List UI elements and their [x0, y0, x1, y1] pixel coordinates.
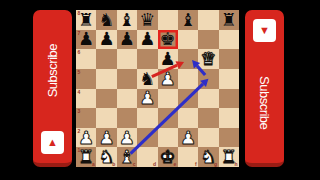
chess-board-grid: 8♜♞♝♛♝♜7♟♟♟♟♚6♟♛5♞♟4♟32♟♟♟♟1a♜b♞c♝de♚fg♞… [76, 10, 239, 167]
square-d3[interactable] [137, 108, 157, 128]
piece-white-pawn[interactable]: ♟ [78, 129, 94, 147]
piece-black-pawn[interactable]: ♟ [160, 50, 176, 68]
square-e7[interactable]: ♚ [158, 30, 178, 50]
piece-white-pawn[interactable]: ♟ [180, 129, 196, 147]
piece-white-rook[interactable]: ♜ [221, 148, 237, 166]
file-label: b [112, 162, 115, 167]
square-a1[interactable]: 1a♜ [76, 147, 96, 167]
square-d2[interactable] [137, 128, 157, 148]
rank-label: 7 [78, 31, 81, 36]
file-label: g [214, 162, 217, 167]
rank-label: 3 [78, 109, 81, 114]
piece-black-pawn[interactable]: ♟ [98, 30, 114, 48]
square-h4[interactable] [219, 89, 239, 109]
square-e8[interactable] [158, 10, 178, 30]
square-g2[interactable] [198, 128, 218, 148]
square-f8[interactable]: ♝ [178, 10, 198, 30]
youtube-play-icon: ▲ [41, 131, 64, 154]
square-b4[interactable] [96, 89, 116, 109]
square-g1[interactable]: g♞ [198, 147, 218, 167]
square-b7[interactable]: ♟ [96, 30, 116, 50]
square-h3[interactable] [219, 108, 239, 128]
piece-white-queen[interactable]: ♛ [200, 50, 216, 68]
square-a4[interactable]: 4 [76, 89, 96, 109]
piece-black-king[interactable]: ♚ [160, 30, 176, 48]
square-e2[interactable] [158, 128, 178, 148]
square-d1[interactable]: d [137, 147, 157, 167]
square-b1[interactable]: b♞ [96, 147, 116, 167]
piece-white-knight[interactable]: ♞ [200, 148, 216, 166]
subscribe-label: Subscribe [45, 44, 60, 97]
square-c7[interactable]: ♟ [117, 30, 137, 50]
square-g8[interactable] [198, 10, 218, 30]
square-e5[interactable]: ♟ [158, 69, 178, 89]
piece-white-pawn[interactable]: ♟ [98, 129, 114, 147]
square-f7[interactable] [178, 30, 198, 50]
square-d6[interactable] [137, 49, 157, 69]
square-c4[interactable] [117, 89, 137, 109]
square-a6[interactable]: 6 [76, 49, 96, 69]
piece-black-pawn[interactable]: ♟ [78, 30, 94, 48]
rank-label: 5 [78, 70, 81, 75]
subscribe-label: Subscribe [257, 76, 272, 129]
piece-white-rook[interactable]: ♜ [78, 148, 94, 166]
square-f4[interactable] [178, 89, 198, 109]
square-e1[interactable]: e♚ [158, 147, 178, 167]
square-c2[interactable]: ♟ [117, 128, 137, 148]
rank-label: 1 [78, 148, 81, 153]
square-h5[interactable] [219, 69, 239, 89]
square-g7[interactable] [198, 30, 218, 50]
square-f5[interactable] [178, 69, 198, 89]
square-d8[interactable]: ♛ [137, 10, 157, 30]
square-e4[interactable] [158, 89, 178, 109]
square-a8[interactable]: 8♜ [76, 10, 96, 30]
rank-label: 4 [78, 90, 81, 95]
rank-label: 2 [78, 129, 81, 134]
piece-white-pawn[interactable]: ♟ [139, 89, 155, 107]
square-c8[interactable]: ♝ [117, 10, 137, 30]
square-a7[interactable]: 7♟ [76, 30, 96, 50]
rank-label: 8 [78, 11, 81, 16]
piece-white-bishop[interactable]: ♝ [119, 148, 135, 166]
square-f6[interactable] [178, 49, 198, 69]
thumbnail-stage: Subscribe ▲ 8♜♞♝♛♝♜7♟♟♟♟♚6♟♛5♞♟4♟32♟♟♟♟1… [0, 0, 320, 180]
piece-black-queen[interactable]: ♛ [139, 11, 155, 29]
piece-black-bishop[interactable]: ♝ [119, 11, 135, 29]
square-g4[interactable] [198, 89, 218, 109]
piece-black-pawn[interactable]: ♟ [119, 30, 135, 48]
piece-black-bishop[interactable]: ♝ [180, 11, 196, 29]
square-d4[interactable]: ♟ [137, 89, 157, 109]
square-b2[interactable]: ♟ [96, 128, 116, 148]
square-c5[interactable] [117, 69, 137, 89]
square-d7[interactable]: ♟ [137, 30, 157, 50]
square-b6[interactable] [96, 49, 116, 69]
square-h1[interactable]: h♜ [219, 147, 239, 167]
square-c3[interactable] [117, 108, 137, 128]
square-f1[interactable]: f [178, 147, 198, 167]
file-label: c [133, 162, 136, 167]
rank-label: 6 [78, 50, 81, 55]
square-g3[interactable] [198, 108, 218, 128]
piece-white-king[interactable]: ♚ [160, 148, 176, 166]
file-label: e [174, 162, 177, 167]
file-label: f [195, 162, 197, 167]
square-a2[interactable]: 2♟ [76, 128, 96, 148]
piece-white-knight[interactable]: ♞ [98, 148, 114, 166]
subscribe-label-zone: Subscribe [257, 42, 272, 163]
piece-black-rook[interactable]: ♜ [221, 11, 237, 29]
square-h6[interactable] [219, 49, 239, 69]
youtube-play-icon: ▼ [253, 19, 276, 42]
subscribe-button-right[interactable]: ▼ Subscribe [245, 10, 284, 167]
square-c6[interactable] [117, 49, 137, 69]
square-f3[interactable] [178, 108, 198, 128]
square-e6[interactable]: ♟ [158, 49, 178, 69]
play-up-icon: ▲ [47, 137, 58, 148]
piece-black-rook[interactable]: ♜ [78, 11, 94, 29]
square-h8[interactable]: ♜ [219, 10, 239, 30]
square-a3[interactable]: 3 [76, 108, 96, 128]
file-label: h [234, 162, 237, 167]
square-b8[interactable]: ♞ [96, 10, 116, 30]
piece-black-knight[interactable]: ♞ [98, 11, 114, 29]
play-down-icon: ▼ [259, 25, 270, 36]
chess-board: 8♜♞♝♛♝♜7♟♟♟♟♚6♟♛5♞♟4♟32♟♟♟♟1a♜b♞c♝de♚fg♞… [76, 10, 239, 167]
piece-black-pawn[interactable]: ♟ [139, 30, 155, 48]
square-h2[interactable] [219, 128, 239, 148]
piece-white-pawn[interactable]: ♟ [119, 129, 135, 147]
square-f2[interactable]: ♟ [178, 128, 198, 148]
square-a5[interactable]: 5 [76, 69, 96, 89]
square-e3[interactable] [158, 108, 178, 128]
piece-white-pawn[interactable]: ♟ [160, 70, 176, 88]
square-h7[interactable] [219, 30, 239, 50]
square-c1[interactable]: c♝ [117, 147, 137, 167]
square-b3[interactable] [96, 108, 116, 128]
square-g5[interactable] [198, 69, 218, 89]
subscribe-label-zone: Subscribe [45, 10, 60, 131]
square-g6[interactable]: ♛ [198, 49, 218, 69]
square-d5[interactable]: ♞ [137, 69, 157, 89]
subscribe-button-left[interactable]: Subscribe ▲ [33, 10, 72, 167]
piece-black-knight[interactable]: ♞ [139, 70, 155, 88]
square-b5[interactable] [96, 69, 116, 89]
file-label: d [153, 162, 156, 167]
file-label: a [92, 162, 95, 167]
